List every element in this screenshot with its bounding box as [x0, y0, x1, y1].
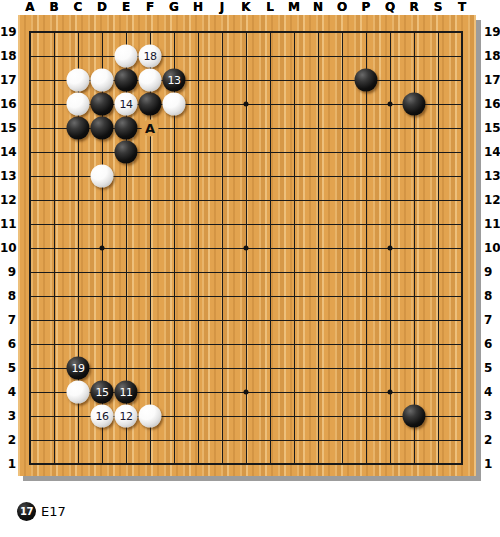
coord-label-bottom-H: H	[193, 0, 203, 14]
coord-label-bottom-R: R	[409, 0, 418, 14]
coord-label-right-3: 3	[484, 409, 500, 423]
coord-label-bottom-C: C	[74, 0, 83, 14]
go-diagram: ABCDEFGHJKLMNOPQRST ABCDEFGHJKLMNOPQRST …	[0, 0, 500, 537]
coord-label-right-9: 9	[484, 265, 500, 279]
caption-move-number: 17	[20, 506, 33, 517]
coord-label-bottom-B: B	[49, 0, 58, 14]
star-point	[388, 390, 393, 395]
stone-black-D4[interactable]: 15	[91, 381, 114, 404]
stone-black-P17[interactable]	[355, 69, 378, 92]
coord-label-bottom-Q: Q	[385, 0, 395, 14]
go-board[interactable]: 1319151118141612A	[18, 15, 476, 476]
coord-label-bottom-A: A	[25, 0, 34, 14]
move-number: 14	[120, 99, 133, 110]
stone-black-D16[interactable]	[91, 93, 114, 116]
coord-label-right-2: 2	[484, 433, 500, 447]
coord-label-right-17: 17	[484, 73, 500, 87]
star-point	[388, 246, 393, 251]
move-number: 19	[72, 363, 85, 374]
coord-label-bottom-J: J	[220, 0, 224, 14]
stone-white-D3[interactable]: 16	[91, 405, 114, 428]
coord-label-left-14: 14	[0, 145, 16, 159]
coord-label-right-5: 5	[484, 361, 500, 375]
stone-black-R16[interactable]	[403, 93, 426, 116]
coord-label-left-3: 3	[0, 409, 16, 423]
coord-label-bottom-L: L	[266, 0, 274, 14]
coord-label-left-18: 18	[0, 49, 16, 63]
stone-black-C15[interactable]	[67, 117, 90, 140]
stone-white-F3[interactable]	[139, 405, 162, 428]
stone-white-E18[interactable]	[115, 45, 138, 68]
stone-white-F18[interactable]: 18	[139, 45, 162, 68]
coord-label-bottom-E: E	[122, 0, 130, 14]
caption-move-point: E17	[41, 504, 66, 519]
stone-black-F16[interactable]	[139, 93, 162, 116]
coord-label-right-7: 7	[484, 313, 500, 327]
coord-label-right-18: 18	[484, 49, 500, 63]
move-number: 11	[120, 387, 133, 398]
move-number: 16	[96, 411, 109, 422]
coord-label-bottom-P: P	[362, 0, 371, 14]
coord-label-right-14: 14	[484, 145, 500, 159]
coord-label-bottom-F: F	[146, 0, 154, 14]
coord-label-right-15: 15	[484, 121, 500, 135]
stone-white-E3[interactable]: 12	[115, 405, 138, 428]
move-number: 15	[96, 387, 109, 398]
stone-black-D15[interactable]	[91, 117, 114, 140]
stone-black-E15[interactable]	[115, 117, 138, 140]
coord-label-left-16: 16	[0, 97, 16, 111]
coord-label-left-11: 11	[0, 217, 16, 231]
coord-label-right-12: 12	[484, 193, 500, 207]
stone-white-G16[interactable]	[163, 93, 186, 116]
coord-label-bottom-T: T	[458, 0, 466, 14]
move-caption: 17 E17	[17, 502, 66, 521]
coord-label-right-16: 16	[484, 97, 500, 111]
coord-label-left-8: 8	[0, 289, 16, 303]
coord-label-left-5: 5	[0, 361, 16, 375]
coord-label-right-13: 13	[484, 169, 500, 183]
coord-label-right-4: 4	[484, 385, 500, 399]
coord-label-right-6: 6	[484, 337, 500, 351]
stone-white-D17[interactable]	[91, 69, 114, 92]
caption-move-stone: 17	[17, 502, 36, 521]
coord-label-left-10: 10	[0, 241, 16, 255]
stone-white-F17[interactable]	[139, 69, 162, 92]
coord-label-bottom-N: N	[313, 0, 323, 14]
coord-label-right-8: 8	[484, 289, 500, 303]
stone-black-E17[interactable]	[115, 69, 138, 92]
coord-label-left-4: 4	[0, 385, 16, 399]
stone-black-C5[interactable]: 19	[67, 357, 90, 380]
coord-label-left-6: 6	[0, 337, 16, 351]
coord-label-bottom-O: O	[337, 0, 347, 14]
coord-label-bottom-S: S	[434, 0, 443, 14]
coord-label-right-11: 11	[484, 217, 500, 231]
coord-label-left-12: 12	[0, 193, 16, 207]
coord-label-right-19: 19	[484, 25, 500, 39]
coord-label-right-1: 1	[484, 457, 500, 471]
stone-black-E4[interactable]: 11	[115, 381, 138, 404]
stone-black-R3[interactable]	[403, 405, 426, 428]
coord-label-left-9: 9	[0, 265, 16, 279]
coord-label-bottom-D: D	[97, 0, 107, 14]
coord-label-bottom-M: M	[288, 0, 300, 14]
star-point	[244, 102, 249, 107]
stone-white-C17[interactable]	[67, 69, 90, 92]
coord-label-left-15: 15	[0, 121, 16, 135]
stone-white-E16[interactable]: 14	[115, 93, 138, 116]
move-number: 13	[168, 75, 181, 86]
star-point	[244, 246, 249, 251]
stone-white-D13[interactable]	[91, 165, 114, 188]
coord-label-left-1: 1	[0, 457, 16, 471]
coord-label-left-13: 13	[0, 169, 16, 183]
coord-label-left-19: 19	[0, 25, 16, 39]
star-point	[100, 246, 105, 251]
coord-label-left-7: 7	[0, 313, 16, 327]
move-number: 12	[120, 411, 133, 422]
stone-white-C16[interactable]	[67, 93, 90, 116]
coord-label-bottom-K: K	[241, 0, 250, 14]
stone-black-G17[interactable]: 13	[163, 69, 186, 92]
coord-label-bottom-G: G	[169, 0, 179, 14]
stone-black-E14[interactable]	[115, 141, 138, 164]
coord-label-left-17: 17	[0, 73, 16, 87]
move-number: 18	[144, 51, 157, 62]
star-point	[388, 102, 393, 107]
stone-white-C4[interactable]	[67, 381, 90, 404]
star-point	[244, 390, 249, 395]
coord-label-right-10: 10	[484, 241, 500, 255]
coord-label-left-2: 2	[0, 433, 16, 447]
marker-A-F15[interactable]: A	[142, 120, 159, 137]
